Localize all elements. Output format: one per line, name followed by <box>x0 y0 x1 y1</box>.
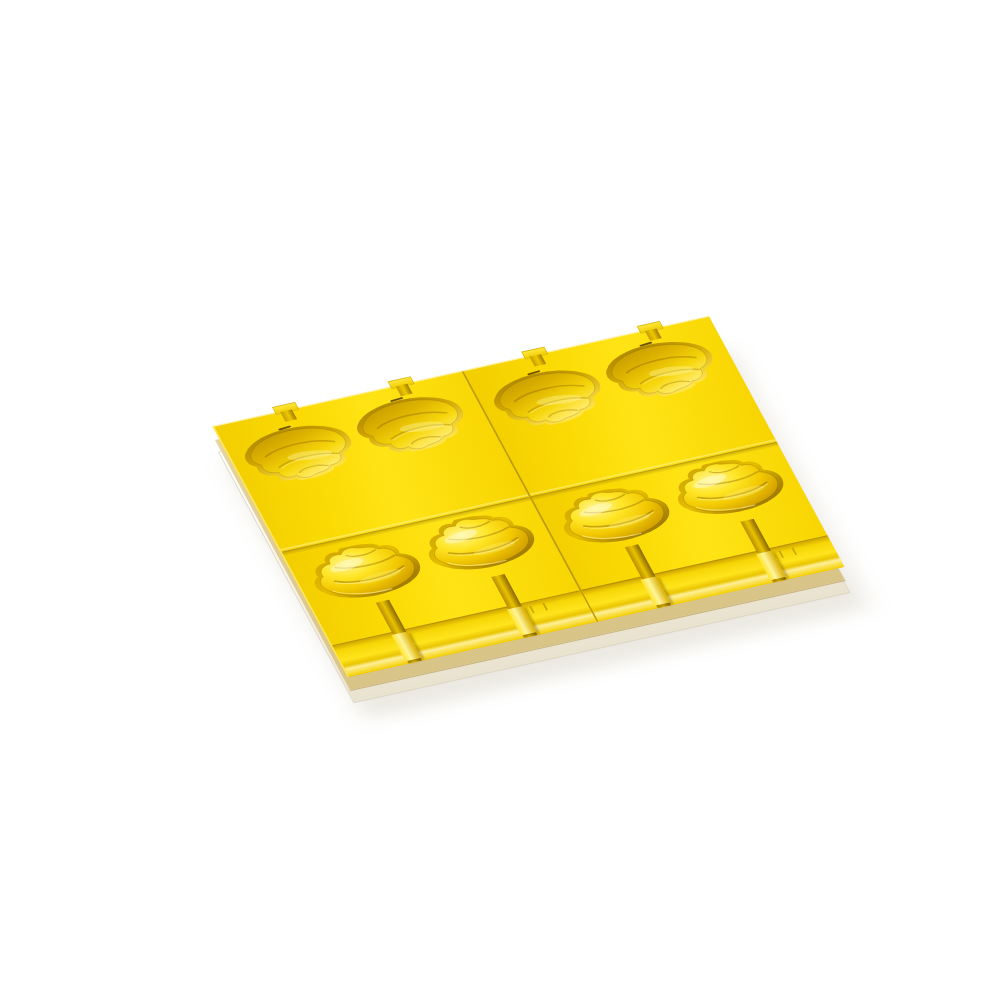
swirl-cavity <box>549 479 685 559</box>
swirl-cavity-graphic <box>663 450 799 530</box>
swirl-cavity <box>230 409 366 489</box>
product-photo <box>40 16 1000 1000</box>
swirl-cavity <box>480 354 616 434</box>
swirl-cavity-graphic <box>480 354 616 434</box>
swirl-cavity-graphic <box>300 534 436 614</box>
swirl-cavity-graphic <box>414 506 550 586</box>
swirl-cavity-graphic <box>230 409 366 489</box>
swirl-cavity <box>300 534 436 614</box>
swirl-cavity <box>414 506 550 586</box>
swirl-cavity <box>663 450 799 530</box>
swirl-cavity-graphic <box>549 479 685 559</box>
